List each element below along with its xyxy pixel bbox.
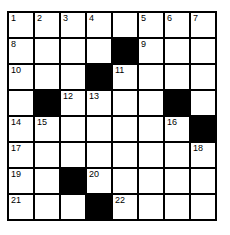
white-cell[interactable]: [191, 39, 215, 63]
white-cell[interactable]: 8: [9, 39, 33, 63]
white-cell[interactable]: [61, 65, 85, 89]
white-cell[interactable]: 12: [61, 91, 85, 115]
white-cell[interactable]: [165, 195, 189, 219]
clue-number: 5: [141, 14, 146, 23]
white-cell[interactable]: [165, 39, 189, 63]
clue-number: 17: [11, 144, 21, 153]
black-cell: [165, 91, 189, 115]
white-cell[interactable]: [61, 117, 85, 141]
white-cell[interactable]: [113, 143, 137, 167]
white-cell[interactable]: [35, 143, 59, 167]
clue-number: 1: [11, 14, 16, 23]
clue-number: 2: [37, 14, 42, 23]
white-cell[interactable]: 4: [87, 13, 111, 37]
white-cell[interactable]: 20: [87, 169, 111, 193]
white-cell[interactable]: 18: [191, 143, 215, 167]
black-cell: [113, 39, 137, 63]
white-cell[interactable]: 7: [191, 13, 215, 37]
clue-number: 13: [89, 92, 99, 101]
clue-number: 8: [11, 40, 16, 49]
white-cell[interactable]: [191, 65, 215, 89]
white-cell[interactable]: 22: [113, 195, 137, 219]
white-cell[interactable]: [87, 39, 111, 63]
white-cell[interactable]: [113, 13, 137, 37]
clue-number: 16: [167, 118, 177, 127]
clue-number: 11: [115, 66, 124, 75]
clue-number: 15: [37, 118, 47, 127]
white-cell[interactable]: [139, 143, 163, 167]
clue-number: 3: [63, 14, 68, 23]
black-cell: [87, 65, 111, 89]
clue-number: 19: [11, 170, 21, 179]
white-cell[interactable]: 13: [87, 91, 111, 115]
white-cell[interactable]: 15: [35, 117, 59, 141]
white-cell[interactable]: 6: [165, 13, 189, 37]
white-cell[interactable]: [191, 195, 215, 219]
clue-number: 20: [89, 170, 99, 179]
white-cell[interactable]: [35, 169, 59, 193]
white-cell[interactable]: [165, 143, 189, 167]
clue-number: 22: [115, 196, 125, 205]
white-cell[interactable]: 5: [139, 13, 163, 37]
white-cell[interactable]: 11: [113, 65, 137, 89]
black-cell: [191, 117, 215, 141]
white-cell[interactable]: 2: [35, 13, 59, 37]
white-cell[interactable]: 3: [61, 13, 85, 37]
white-cell[interactable]: [87, 117, 111, 141]
white-cell[interactable]: [35, 39, 59, 63]
white-cell[interactable]: 17: [9, 143, 33, 167]
clue-number: 12: [63, 92, 73, 101]
clue-number: 10: [11, 66, 21, 75]
white-cell[interactable]: [87, 143, 111, 167]
white-cell[interactable]: 1: [9, 13, 33, 37]
white-cell[interactable]: 14: [9, 117, 33, 141]
white-cell[interactable]: [113, 117, 137, 141]
clue-number: 4: [89, 14, 94, 23]
white-cell[interactable]: [191, 91, 215, 115]
white-cell[interactable]: [113, 91, 137, 115]
white-cell[interactable]: [139, 65, 163, 89]
white-cell[interactable]: 19: [9, 169, 33, 193]
clue-number: 7: [193, 14, 198, 23]
white-cell[interactable]: [139, 117, 163, 141]
white-cell[interactable]: [139, 91, 163, 115]
white-cell[interactable]: [35, 195, 59, 219]
white-cell[interactable]: [139, 195, 163, 219]
white-cell[interactable]: [61, 143, 85, 167]
clue-number: 14: [11, 118, 21, 127]
black-cell: [87, 195, 111, 219]
white-cell[interactable]: 21: [9, 195, 33, 219]
black-cell: [35, 91, 59, 115]
white-cell[interactable]: [165, 65, 189, 89]
white-cell[interactable]: [35, 65, 59, 89]
crossword-page: 12345678910111213141516171819202122: [0, 0, 230, 235]
clue-number: 18: [193, 144, 203, 153]
white-cell[interactable]: [9, 91, 33, 115]
clue-number: 21: [11, 196, 21, 205]
white-cell[interactable]: 10: [9, 65, 33, 89]
white-cell[interactable]: [139, 169, 163, 193]
white-cell[interactable]: [113, 169, 137, 193]
clue-number: 9: [141, 40, 146, 49]
crossword-board: 12345678910111213141516171819202122: [7, 11, 217, 221]
clue-number: 6: [167, 14, 172, 23]
white-cell[interactable]: [61, 195, 85, 219]
white-cell[interactable]: 16: [165, 117, 189, 141]
white-cell[interactable]: [165, 169, 189, 193]
black-cell: [61, 169, 85, 193]
white-cell[interactable]: [61, 39, 85, 63]
crossword-grid: 12345678910111213141516171819202122: [7, 11, 217, 221]
white-cell[interactable]: [191, 169, 215, 193]
white-cell[interactable]: 9: [139, 39, 163, 63]
